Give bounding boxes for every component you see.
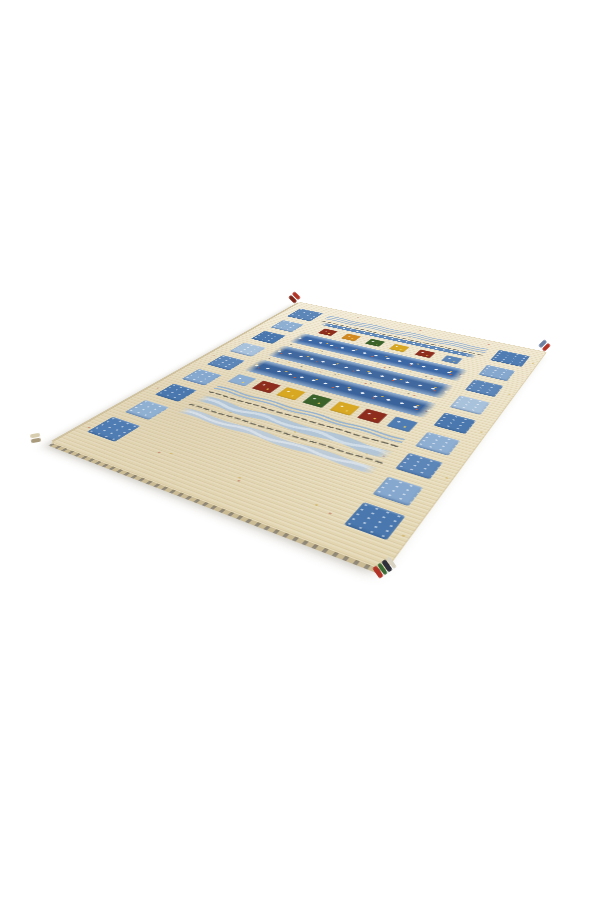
tassel-left [30, 433, 41, 444]
tassel-strand [31, 438, 42, 444]
border-square [125, 400, 170, 420]
border-square [251, 331, 286, 344]
rug [50, 302, 547, 572]
border-square [415, 432, 460, 456]
border-square [182, 369, 222, 386]
border-square [450, 395, 491, 415]
border-square [207, 355, 245, 370]
photo-canvas [0, 0, 600, 900]
border-square [344, 502, 406, 540]
border-square [87, 417, 140, 442]
border-square [287, 309, 323, 322]
border-square [465, 379, 504, 397]
border-square [373, 476, 424, 506]
border-square [230, 342, 267, 356]
border-square [271, 320, 305, 332]
border-square [490, 350, 530, 367]
border-square [155, 384, 197, 402]
border-square [395, 453, 443, 480]
border-square [433, 412, 476, 434]
border-square [479, 365, 516, 381]
rug-field [129, 315, 490, 516]
